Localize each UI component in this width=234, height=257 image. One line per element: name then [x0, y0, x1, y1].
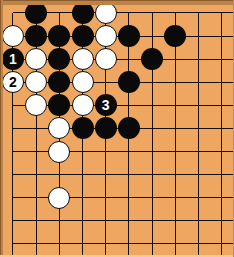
white-stone [72, 48, 94, 70]
board-cell[interactable] [71, 117, 94, 140]
white-stone [95, 2, 117, 24]
black-stone [48, 25, 70, 47]
board-cell[interactable] [25, 209, 48, 232]
board-cell[interactable] [187, 209, 210, 232]
board-cell[interactable] [164, 232, 187, 255]
board-frame-right [233, 0, 234, 257]
board-cell[interactable] [141, 209, 164, 232]
board-cell[interactable] [48, 209, 71, 232]
black-stone [72, 2, 94, 24]
black-stone [164, 25, 186, 47]
board-cell[interactable] [141, 117, 164, 140]
black-stone [118, 25, 140, 47]
black-stone [48, 71, 70, 93]
board-cell[interactable]: 1 [1, 48, 24, 71]
board-cell[interactable] [71, 48, 94, 71]
board-cell[interactable] [1, 25, 24, 48]
board-cell[interactable] [210, 232, 233, 255]
board-cell[interactable] [187, 71, 210, 94]
board-cell[interactable] [164, 71, 187, 94]
board-cell[interactable] [164, 25, 187, 48]
board-cell[interactable] [71, 209, 94, 232]
black-stone [48, 94, 70, 116]
black-stone [95, 117, 117, 139]
board-cell[interactable] [1, 186, 24, 209]
black-stone [72, 25, 94, 47]
board-cell[interactable] [71, 186, 94, 209]
board-cell[interactable] [48, 48, 71, 71]
board-cell[interactable] [187, 232, 210, 255]
board-cell[interactable] [94, 71, 117, 94]
board-cell[interactable] [117, 117, 140, 140]
board-cell[interactable] [164, 48, 187, 71]
board-cell[interactable] [25, 186, 48, 209]
board-cell[interactable] [48, 186, 71, 209]
board-cell[interactable]: 3 [94, 94, 117, 117]
black-stone [118, 117, 140, 139]
black-stone: 3 [95, 94, 117, 116]
board-cell[interactable] [94, 232, 117, 255]
board-cell[interactable] [48, 117, 71, 140]
board-cell[interactable] [141, 94, 164, 117]
board-cell[interactable] [117, 186, 140, 209]
board-cell[interactable] [141, 71, 164, 94]
board-frame-left [0, 0, 3, 257]
white-stone [48, 141, 70, 163]
board-cell[interactable] [48, 71, 71, 94]
board-cell[interactable] [210, 25, 233, 48]
board-cell[interactable] [141, 232, 164, 255]
board-cell[interactable] [141, 48, 164, 71]
board-cell[interactable] [71, 232, 94, 255]
board-cell[interactable] [117, 232, 140, 255]
board-cell[interactable] [48, 163, 71, 186]
board-cell[interactable] [1, 117, 24, 140]
white-stone [48, 117, 70, 139]
board-cell[interactable] [210, 71, 233, 94]
white-stone [48, 187, 70, 209]
board-cell[interactable] [117, 94, 140, 117]
board-cell[interactable] [117, 140, 140, 163]
board-cell[interactable] [210, 94, 233, 117]
board-cell[interactable] [94, 186, 117, 209]
go-board: 123 [1, 1, 233, 255]
board-cell[interactable] [48, 25, 71, 48]
board-cell[interactable] [94, 117, 117, 140]
black-stone [25, 25, 47, 47]
board-cell[interactable] [210, 140, 233, 163]
board-cell[interactable] [210, 117, 233, 140]
white-stone [2, 25, 24, 47]
board-cell[interactable] [164, 186, 187, 209]
board-cell[interactable] [141, 140, 164, 163]
board-cell[interactable] [164, 94, 187, 117]
board-cell[interactable] [94, 25, 117, 48]
board-cell[interactable] [1, 94, 24, 117]
board-cell[interactable] [71, 140, 94, 163]
board-cell[interactable] [25, 163, 48, 186]
board-cell[interactable] [141, 163, 164, 186]
white-stone: 2 [2, 71, 24, 93]
board-cell[interactable] [25, 117, 48, 140]
board-cell[interactable] [1, 232, 24, 255]
board-cell[interactable] [48, 140, 71, 163]
board-cell[interactable] [71, 94, 94, 117]
board-cell[interactable] [117, 25, 140, 48]
board-cell[interactable] [71, 163, 94, 186]
board-cell[interactable] [187, 186, 210, 209]
board-cell[interactable] [94, 209, 117, 232]
black-stone [48, 48, 70, 70]
board-cell[interactable] [1, 163, 24, 186]
board-cell[interactable] [25, 232, 48, 255]
board-cell[interactable] [187, 140, 210, 163]
board-cell[interactable] [25, 94, 48, 117]
board-cell[interactable] [48, 94, 71, 117]
black-stone [141, 48, 163, 70]
white-stone [72, 94, 94, 116]
board-cell[interactable] [117, 163, 140, 186]
board-cell[interactable] [25, 48, 48, 71]
board-cell[interactable] [187, 163, 210, 186]
board-cell[interactable] [71, 71, 94, 94]
white-stone [25, 94, 47, 116]
board-cell[interactable] [94, 140, 117, 163]
board-cell[interactable] [210, 163, 233, 186]
black-stone [72, 117, 94, 139]
board-cell[interactable] [210, 209, 233, 232]
white-stone [95, 25, 117, 47]
board-cell[interactable] [25, 140, 48, 163]
board-cell[interactable] [71, 25, 94, 48]
board-cell[interactable] [117, 209, 140, 232]
white-stone [25, 48, 47, 70]
go-board-diagram: 123 [0, 0, 234, 257]
board-cell[interactable] [1, 140, 24, 163]
board-cell[interactable]: 2 [1, 71, 24, 94]
move-number-label: 3 [102, 98, 110, 112]
black-stone [25, 2, 47, 24]
board-cell[interactable] [164, 209, 187, 232]
black-stone [118, 71, 140, 93]
board-cell[interactable] [164, 163, 187, 186]
board-frame-top [0, 0, 234, 5]
black-stone: 1 [2, 48, 24, 70]
move-number-label: 2 [9, 75, 17, 89]
board-cell[interactable] [94, 163, 117, 186]
board-cell[interactable] [1, 209, 24, 232]
board-cell[interactable] [25, 25, 48, 48]
board-cell[interactable] [164, 117, 187, 140]
board-cell[interactable] [117, 48, 140, 71]
board-cell[interactable] [187, 94, 210, 117]
board-cell[interactable] [210, 186, 233, 209]
board-cell[interactable] [164, 140, 187, 163]
white-stone [95, 48, 117, 70]
board-cell[interactable] [117, 71, 140, 94]
board-cell[interactable] [210, 48, 233, 71]
white-stone [72, 71, 94, 93]
board-cell[interactable] [48, 232, 71, 255]
board-cell[interactable] [25, 71, 48, 94]
white-stone [25, 71, 47, 93]
board-cell[interactable] [187, 117, 210, 140]
board-cell[interactable] [187, 48, 210, 71]
board-cell[interactable] [141, 25, 164, 48]
move-number-label: 1 [9, 52, 17, 66]
board-cell[interactable] [141, 186, 164, 209]
board-cell[interactable] [94, 48, 117, 71]
board-cell[interactable] [187, 25, 210, 48]
